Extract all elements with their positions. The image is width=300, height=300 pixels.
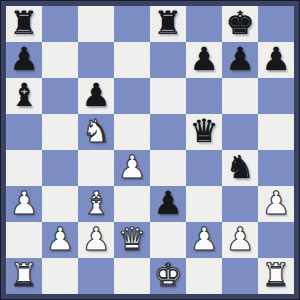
square-b8[interactable]: [42, 6, 78, 42]
piece-black-pawn[interactable]: ♟: [10, 43, 39, 75]
piece-white-pawn[interactable]: ♟: [10, 187, 39, 219]
square-d6[interactable]: [114, 78, 150, 114]
square-c8[interactable]: [78, 6, 114, 42]
square-b5[interactable]: [42, 114, 78, 150]
square-d4[interactable]: ♟: [114, 150, 150, 186]
chess-board: ♜♜♚♟♟♟♟♝♟♞♛♟♞♟♝♟♟♟♟♛♟♟♜♚♜: [6, 6, 294, 294]
square-b6[interactable]: [42, 78, 78, 114]
square-f6[interactable]: [186, 78, 222, 114]
square-g1[interactable]: [222, 258, 258, 294]
square-d5[interactable]: [114, 114, 150, 150]
square-g7[interactable]: ♟: [222, 42, 258, 78]
square-c2[interactable]: ♟: [78, 222, 114, 258]
square-c7[interactable]: [78, 42, 114, 78]
square-h5[interactable]: [258, 114, 294, 150]
square-a3[interactable]: ♟: [6, 186, 42, 222]
square-f2[interactable]: ♟: [186, 222, 222, 258]
square-b1[interactable]: [42, 258, 78, 294]
square-f1[interactable]: [186, 258, 222, 294]
square-f3[interactable]: [186, 186, 222, 222]
chess-board-frame: ♜♜♚♟♟♟♟♝♟♞♛♟♞♟♝♟♟♟♟♛♟♟♜♚♜: [0, 0, 300, 300]
square-b3[interactable]: [42, 186, 78, 222]
piece-white-pawn[interactable]: ♟: [118, 151, 147, 183]
square-d7[interactable]: [114, 42, 150, 78]
square-f8[interactable]: [186, 6, 222, 42]
square-e1[interactable]: ♚: [150, 258, 186, 294]
piece-black-pawn[interactable]: ♟: [190, 43, 219, 75]
piece-white-king[interactable]: ♚: [154, 259, 183, 291]
square-c3[interactable]: ♝: [78, 186, 114, 222]
square-a8[interactable]: ♜: [6, 6, 42, 42]
piece-black-pawn[interactable]: ♟: [262, 43, 291, 75]
square-g5[interactable]: [222, 114, 258, 150]
piece-white-knight[interactable]: ♞: [82, 115, 111, 147]
square-f7[interactable]: ♟: [186, 42, 222, 78]
piece-white-pawn[interactable]: ♟: [82, 223, 111, 255]
square-g3[interactable]: [222, 186, 258, 222]
square-e6[interactable]: [150, 78, 186, 114]
square-h1[interactable]: ♜: [258, 258, 294, 294]
square-f4[interactable]: [186, 150, 222, 186]
piece-black-knight[interactable]: ♞: [226, 151, 255, 183]
piece-white-pawn[interactable]: ♟: [262, 187, 291, 219]
piece-black-pawn[interactable]: ♟: [154, 187, 183, 219]
square-e3[interactable]: ♟: [150, 186, 186, 222]
piece-white-queen[interactable]: ♛: [118, 223, 147, 255]
square-b2[interactable]: ♟: [42, 222, 78, 258]
square-e7[interactable]: [150, 42, 186, 78]
square-g2[interactable]: ♟: [222, 222, 258, 258]
square-h7[interactable]: ♟: [258, 42, 294, 78]
square-a5[interactable]: [6, 114, 42, 150]
piece-black-rook[interactable]: ♜: [154, 7, 183, 39]
square-c1[interactable]: [78, 258, 114, 294]
square-a2[interactable]: [6, 222, 42, 258]
piece-black-pawn[interactable]: ♟: [226, 43, 255, 75]
piece-white-rook[interactable]: ♜: [262, 259, 291, 291]
piece-black-bishop[interactable]: ♝: [10, 79, 39, 111]
piece-black-king[interactable]: ♚: [226, 7, 255, 39]
square-g8[interactable]: ♚: [222, 6, 258, 42]
square-e5[interactable]: [150, 114, 186, 150]
square-h4[interactable]: [258, 150, 294, 186]
square-e8[interactable]: ♜: [150, 6, 186, 42]
square-d2[interactable]: ♛: [114, 222, 150, 258]
square-d8[interactable]: [114, 6, 150, 42]
square-h8[interactable]: [258, 6, 294, 42]
square-e4[interactable]: [150, 150, 186, 186]
piece-black-pawn[interactable]: ♟: [82, 79, 111, 111]
square-h6[interactable]: [258, 78, 294, 114]
square-d1[interactable]: [114, 258, 150, 294]
piece-white-rook[interactable]: ♜: [10, 259, 39, 291]
piece-white-pawn[interactable]: ♟: [190, 223, 219, 255]
square-c4[interactable]: [78, 150, 114, 186]
piece-black-rook[interactable]: ♜: [10, 7, 39, 39]
square-d3[interactable]: [114, 186, 150, 222]
square-a6[interactable]: ♝: [6, 78, 42, 114]
square-h3[interactable]: ♟: [258, 186, 294, 222]
piece-white-pawn[interactable]: ♟: [46, 223, 75, 255]
square-h2[interactable]: [258, 222, 294, 258]
square-b7[interactable]: [42, 42, 78, 78]
square-g6[interactable]: [222, 78, 258, 114]
square-a7[interactable]: ♟: [6, 42, 42, 78]
piece-white-bishop[interactable]: ♝: [82, 187, 111, 219]
square-g4[interactable]: ♞: [222, 150, 258, 186]
square-a4[interactable]: [6, 150, 42, 186]
square-c6[interactable]: ♟: [78, 78, 114, 114]
square-b4[interactable]: [42, 150, 78, 186]
square-c5[interactable]: ♞: [78, 114, 114, 150]
piece-white-pawn[interactable]: ♟: [226, 223, 255, 255]
piece-black-queen[interactable]: ♛: [190, 115, 219, 147]
square-e2[interactable]: [150, 222, 186, 258]
square-f5[interactable]: ♛: [186, 114, 222, 150]
square-a1[interactable]: ♜: [6, 258, 42, 294]
